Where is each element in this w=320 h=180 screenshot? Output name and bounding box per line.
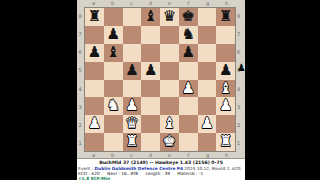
rank-label-3: 3 — [77, 104, 83, 110]
square-e7[interactable] — [160, 26, 179, 44]
piece-black-rook[interactable]: ♜ — [216, 8, 235, 26]
square-b2[interactable] — [104, 115, 123, 133]
square-a6[interactable]: ♟ — [85, 44, 104, 62]
board-window: abcdefgh 87654321 ♜♝♛♚♜♟♞♟♝♟♟♟♟♟♝♞♟♟♟♛♝♟… — [77, 0, 245, 180]
square-f7[interactable]: ♞ — [179, 26, 198, 44]
square-f4[interactable]: ♟ — [179, 80, 198, 98]
footer-link[interactable]: +1.8 ECF/Min — [78, 176, 245, 180]
rank-label-4: 4 — [77, 86, 83, 92]
piece-black-knight[interactable]: ♞ — [179, 26, 198, 44]
square-c2[interactable]: ♛ — [123, 115, 142, 133]
file-label-a: a — [84, 0, 103, 7]
square-g8[interactable] — [198, 8, 217, 26]
square-h5[interactable]: ♟ — [216, 62, 235, 80]
square-b6[interactable]: ♝ — [104, 44, 123, 62]
rank-label-1: 1 — [236, 140, 241, 146]
square-a3[interactable] — [85, 97, 104, 115]
square-h4[interactable]: ♝ — [216, 80, 235, 98]
square-b1[interactable] — [104, 133, 123, 151]
players-result-line: BuchMid 37 (2149) -- Hawkeye 1.43 (2156)… — [77, 160, 245, 165]
square-h6[interactable] — [216, 44, 235, 62]
square-e5[interactable] — [160, 62, 179, 80]
file-labels-top: abcdefgh — [84, 0, 236, 7]
rank-labels-right: 87654321 — [236, 7, 241, 152]
piece-white-bishop[interactable]: ♝ — [160, 115, 179, 133]
game-info-panel: BuchMid 37 (2149) -- Hawkeye 1.43 (2156)… — [77, 158, 245, 180]
square-d1[interactable] — [141, 133, 160, 151]
piece-black-pawn[interactable]: ♟ — [216, 62, 235, 80]
piece-white-pawn[interactable]: ♟ — [216, 97, 235, 115]
file-label-d: d — [141, 0, 160, 7]
square-c1[interactable]: ♜ — [123, 133, 142, 151]
square-d8[interactable]: ♝ — [141, 8, 160, 26]
piece-white-pawn[interactable]: ♟ — [198, 115, 217, 133]
square-e1[interactable]: ♚ — [160, 133, 179, 151]
square-c4[interactable] — [123, 80, 142, 98]
piece-black-king[interactable]: ♚ — [179, 8, 198, 26]
piece-black-pawn[interactable]: ♟ — [141, 62, 160, 80]
file-label-c: c — [122, 0, 141, 7]
square-a5[interactable] — [85, 62, 104, 80]
square-c3[interactable]: ♟ — [123, 97, 142, 115]
square-a8[interactable]: ♜ — [85, 8, 104, 26]
square-d7[interactable] — [141, 26, 160, 44]
square-h1[interactable]: ♜ — [216, 133, 235, 151]
piece-black-queen[interactable]: ♛ — [160, 8, 179, 26]
square-g3[interactable] — [198, 97, 217, 115]
square-e6[interactable] — [160, 44, 179, 62]
rank-labels-left: 87654321 — [77, 7, 83, 152]
rank-label-2: 2 — [236, 122, 241, 128]
square-d2[interactable] — [141, 115, 160, 133]
square-d5[interactable]: ♟ — [141, 62, 160, 80]
square-a1[interactable] — [85, 133, 104, 151]
piece-white-knight[interactable]: ♞ — [104, 97, 123, 115]
square-f3[interactable] — [179, 97, 198, 115]
material-black-pawn-icon: ♟ — [237, 62, 246, 73]
piece-black-rook[interactable]: ♜ — [85, 8, 104, 26]
square-f1[interactable] — [179, 133, 198, 151]
square-f2[interactable] — [179, 115, 198, 133]
square-f8[interactable]: ♚ — [179, 8, 198, 26]
square-h8[interactable]: ♜ — [216, 8, 235, 26]
square-d6[interactable] — [141, 44, 160, 62]
square-f6[interactable]: ♟ — [179, 44, 198, 62]
square-e2[interactable]: ♝ — [160, 115, 179, 133]
piece-white-pawn[interactable]: ♟ — [123, 97, 142, 115]
rank-label-1: 1 — [77, 140, 83, 146]
square-h2[interactable] — [216, 115, 235, 133]
square-c8[interactable] — [123, 8, 142, 26]
square-h7[interactable] — [216, 26, 235, 44]
piece-white-bishop[interactable]: ♝ — [216, 80, 235, 98]
piece-white-king[interactable]: ♚ — [160, 133, 179, 151]
square-d4[interactable] — [141, 80, 160, 98]
piece-black-pawn[interactable]: ♟ — [179, 44, 198, 62]
rank-label-5: 5 — [77, 67, 83, 73]
rank-label-2: 2 — [77, 122, 83, 128]
square-h3[interactable]: ♟ — [216, 97, 235, 115]
square-d3[interactable] — [141, 97, 160, 115]
square-b8[interactable] — [104, 8, 123, 26]
piece-black-bishop[interactable]: ♝ — [104, 44, 123, 62]
square-a4[interactable] — [85, 80, 104, 98]
rank-label-8: 8 — [236, 13, 241, 19]
piece-white-rook[interactable]: ♜ — [216, 133, 235, 151]
square-c6[interactable] — [123, 44, 142, 62]
piece-white-queen[interactable]: ♛ — [123, 115, 142, 133]
rank-label-6: 6 — [77, 49, 83, 55]
piece-black-pawn[interactable]: ♟ — [85, 44, 104, 62]
square-g2[interactable]: ♟ — [198, 115, 217, 133]
rank-label-4: 4 — [236, 86, 241, 92]
piece-black-bishop[interactable]: ♝ — [141, 8, 160, 26]
square-g6[interactable] — [198, 44, 217, 62]
piece-white-pawn[interactable]: ♟ — [179, 80, 198, 98]
chess-board[interactable]: ♜♝♛♚♜♟♞♟♝♟♟♟♟♟♝♞♟♟♟♛♝♟♜♚♜ — [84, 7, 236, 152]
square-e4[interactable] — [160, 80, 179, 98]
rank-label-8: 8 — [77, 13, 83, 19]
square-f5[interactable] — [179, 62, 198, 80]
file-label-g: g — [198, 0, 217, 7]
square-b3[interactable]: ♞ — [104, 97, 123, 115]
square-b4[interactable] — [104, 80, 123, 98]
piece-black-pawn[interactable]: ♟ — [123, 62, 142, 80]
square-g7[interactable] — [198, 26, 217, 44]
square-e3[interactable] — [160, 97, 179, 115]
square-g1[interactable] — [198, 133, 217, 151]
screenshot-canvas: abcdefgh 87654321 ♜♝♛♚♜♟♞♟♝♟♟♟♟♟♝♞♟♟♟♛♝♟… — [0, 0, 320, 180]
square-g4[interactable] — [198, 80, 217, 98]
piece-white-pawn[interactable]: ♟ — [85, 115, 104, 133]
square-b7[interactable]: ♟ — [104, 26, 123, 44]
file-label-e: e — [160, 0, 179, 7]
rank-label-3: 3 — [236, 104, 241, 110]
file-label-h: h — [217, 0, 236, 7]
square-e8[interactable]: ♛ — [160, 8, 179, 26]
square-c7[interactable] — [123, 26, 142, 44]
piece-black-pawn[interactable]: ♟ — [104, 26, 123, 44]
square-b5[interactable] — [104, 62, 123, 80]
file-label-b: b — [103, 0, 122, 7]
square-g5[interactable] — [198, 62, 217, 80]
piece-white-rook[interactable]: ♜ — [123, 133, 142, 151]
file-label-f: f — [179, 0, 198, 7]
rank-label-7: 7 — [236, 31, 241, 37]
square-c5[interactable]: ♟ — [123, 62, 142, 80]
rank-label-6: 6 — [236, 49, 241, 55]
rank-label-7: 7 — [77, 31, 83, 37]
square-a2[interactable]: ♟ — [85, 115, 104, 133]
square-a7[interactable] — [85, 26, 104, 44]
